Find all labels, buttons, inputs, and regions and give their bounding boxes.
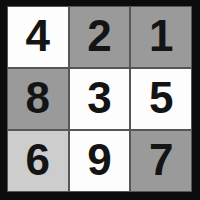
- cell-digit: 4: [26, 14, 50, 58]
- cell-r0c0[interactable]: 4: [8, 7, 68, 67]
- cell-digit: 2: [87, 14, 111, 58]
- cell-digit: 7: [149, 138, 173, 182]
- cell-digit: 9: [87, 138, 111, 182]
- cell-r0c2[interactable]: 1: [131, 7, 191, 67]
- cell-r2c2[interactable]: 7: [131, 131, 191, 191]
- cell-r2c1[interactable]: 9: [70, 131, 130, 191]
- cell-digit: 3: [87, 76, 111, 120]
- cell-r1c0[interactable]: 8: [8, 69, 68, 129]
- cell-digit: 1: [149, 14, 173, 58]
- puzzle-board: 421835697: [7, 6, 192, 192]
- cell-r1c2[interactable]: 5: [131, 69, 191, 129]
- cell-r0c1[interactable]: 2: [70, 7, 130, 67]
- cell-digit: 6: [26, 138, 50, 182]
- cell-digit: 5: [149, 76, 173, 120]
- cell-r2c0[interactable]: 6: [8, 131, 68, 191]
- cell-digit: 8: [26, 76, 50, 120]
- cell-r1c1[interactable]: 3: [70, 69, 130, 129]
